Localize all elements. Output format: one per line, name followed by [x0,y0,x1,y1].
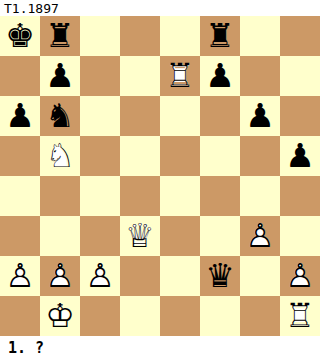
square-f4[interactable] [200,176,240,216]
square-d3[interactable]: ♛♕ [120,216,160,256]
square-g3[interactable]: ♟♙ [240,216,280,256]
square-g2[interactable] [240,256,280,296]
piece-outline: ♙ [80,256,120,296]
piece-black-pawn-icon[interactable]: ♟ [0,96,40,136]
square-h8[interactable] [280,16,320,56]
square-a4[interactable] [0,176,40,216]
square-e2[interactable] [160,256,200,296]
square-g1[interactable] [240,296,280,336]
square-d1[interactable] [120,296,160,336]
square-a8[interactable]: ♚ [0,16,40,56]
square-d2[interactable] [120,256,160,296]
square-c7[interactable] [80,56,120,96]
square-g8[interactable] [240,16,280,56]
square-g6[interactable]: ♟ [240,96,280,136]
square-f5[interactable] [200,136,240,176]
square-d6[interactable] [120,96,160,136]
square-a5[interactable] [0,136,40,176]
piece-black-knight-icon[interactable]: ♞ [40,96,80,136]
piece-outline: ♕ [120,216,160,256]
square-e4[interactable] [160,176,200,216]
piece-outline: ♙ [280,256,320,296]
square-a6[interactable]: ♟ [0,96,40,136]
piece-outline: ♙ [240,216,280,256]
square-b6[interactable]: ♞ [40,96,80,136]
square-h5[interactable]: ♟ [280,136,320,176]
puzzle-title: T1.1897 [4,1,59,16]
piece-black-pawn-icon[interactable]: ♟ [280,136,320,176]
square-f6[interactable] [200,96,240,136]
square-b2[interactable]: ♟♙ [40,256,80,296]
piece-outline: ♙ [0,256,40,296]
square-a3[interactable] [0,216,40,256]
square-h1[interactable]: ♜♖ [280,296,320,336]
square-b4[interactable] [40,176,80,216]
square-b7[interactable]: ♟ [40,56,80,96]
piece-white-king-icon[interactable]: ♚♔ [40,296,80,336]
piece-outline: ♖ [280,296,320,336]
piece-black-rook-icon[interactable]: ♜ [40,16,80,56]
square-d7[interactable] [120,56,160,96]
square-h7[interactable] [280,56,320,96]
square-d4[interactable] [120,176,160,216]
square-e6[interactable] [160,96,200,136]
square-d5[interactable] [120,136,160,176]
piece-black-queen-icon[interactable]: ♛ [200,256,240,296]
square-c4[interactable] [80,176,120,216]
square-a1[interactable] [0,296,40,336]
piece-black-pawn-icon[interactable]: ♟ [240,96,280,136]
piece-white-pawn-icon[interactable]: ♟♙ [0,256,40,296]
status-bar: 1. ? [0,336,320,360]
piece-white-rook-icon[interactable]: ♜♖ [280,296,320,336]
piece-white-pawn-icon[interactable]: ♟♙ [280,256,320,296]
piece-outline: ♖ [160,56,200,96]
square-c3[interactable] [80,216,120,256]
piece-black-pawn-icon[interactable]: ♟ [200,56,240,96]
piece-black-king-icon[interactable]: ♚ [0,16,40,56]
square-b5[interactable]: ♞♘ [40,136,80,176]
square-c2[interactable]: ♟♙ [80,256,120,296]
square-d8[interactable] [120,16,160,56]
piece-white-pawn-icon[interactable]: ♟♙ [240,216,280,256]
piece-black-pawn-icon[interactable]: ♟ [40,56,80,96]
square-e3[interactable] [160,216,200,256]
square-b3[interactable] [40,216,80,256]
square-a2[interactable]: ♟♙ [0,256,40,296]
piece-white-pawn-icon[interactable]: ♟♙ [40,256,80,296]
square-c6[interactable] [80,96,120,136]
piece-white-pawn-icon[interactable]: ♟♙ [80,256,120,296]
piece-outline: ♘ [40,136,80,176]
move-prompt: 1. ? [8,339,44,357]
square-f3[interactable] [200,216,240,256]
square-f1[interactable] [200,296,240,336]
piece-outline: ♙ [40,256,80,296]
square-f8[interactable]: ♜ [200,16,240,56]
piece-white-knight-icon[interactable]: ♞♘ [40,136,80,176]
square-h6[interactable] [280,96,320,136]
square-e5[interactable] [160,136,200,176]
square-f2[interactable]: ♛ [200,256,240,296]
piece-white-queen-icon[interactable]: ♛♕ [120,216,160,256]
square-e1[interactable] [160,296,200,336]
piece-white-rook-icon[interactable]: ♜♖ [160,56,200,96]
chess-board: ♚♜♜♟♜♖♟♟♞♟♞♘♟♛♕♟♙♟♙♟♙♟♙♛♟♙♚♔♜♖ [0,16,320,336]
square-h3[interactable] [280,216,320,256]
square-e8[interactable] [160,16,200,56]
square-e7[interactable]: ♜♖ [160,56,200,96]
square-f7[interactable]: ♟ [200,56,240,96]
square-g4[interactable] [240,176,280,216]
square-c5[interactable] [80,136,120,176]
square-b1[interactable]: ♚♔ [40,296,80,336]
piece-outline: ♔ [40,296,80,336]
square-a7[interactable] [0,56,40,96]
piece-black-rook-icon[interactable]: ♜ [200,16,240,56]
square-g7[interactable] [240,56,280,96]
square-h4[interactable] [280,176,320,216]
square-g5[interactable] [240,136,280,176]
square-h2[interactable]: ♟♙ [280,256,320,296]
square-c1[interactable] [80,296,120,336]
square-b8[interactable]: ♜ [40,16,80,56]
square-c8[interactable] [80,16,120,56]
title-bar: T1.1897 [0,0,320,16]
